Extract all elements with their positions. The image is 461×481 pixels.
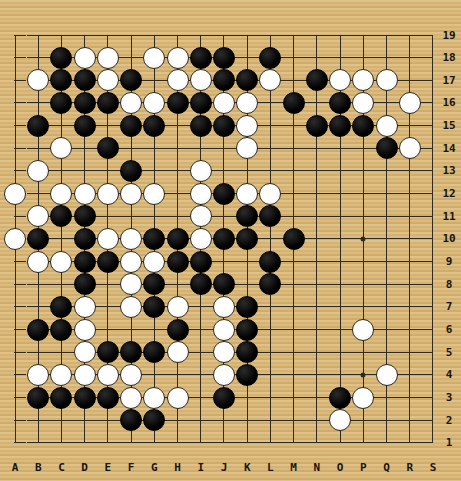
intersection-B5[interactable]	[27, 341, 50, 364]
intersection-Q7[interactable]	[375, 296, 398, 319]
intersection-O15[interactable]	[328, 114, 351, 137]
intersection-B7[interactable]	[27, 296, 50, 319]
intersection-A1[interactable]	[3, 432, 26, 455]
intersection-H4[interactable]	[166, 364, 189, 387]
intersection-K1[interactable]	[236, 432, 259, 455]
intersection-M11[interactable]	[282, 205, 305, 228]
intersection-B19[interactable]	[27, 24, 50, 47]
intersection-J16[interactable]	[212, 92, 235, 115]
intersection-F12[interactable]	[119, 182, 142, 205]
intersection-O5[interactable]	[328, 341, 351, 364]
intersection-P8[interactable]	[352, 273, 375, 296]
intersection-O10[interactable]	[328, 228, 351, 251]
intersection-E2[interactable]	[96, 409, 119, 432]
intersection-J6[interactable]	[212, 318, 235, 341]
intersection-E12[interactable]	[96, 182, 119, 205]
intersection-Q6[interactable]	[375, 318, 398, 341]
intersection-E11[interactable]	[96, 205, 119, 228]
intersection-B11[interactable]	[27, 205, 50, 228]
intersection-R8[interactable]	[398, 273, 421, 296]
intersection-M3[interactable]	[282, 386, 305, 409]
intersection-O8[interactable]	[328, 273, 351, 296]
intersection-P10[interactable]	[352, 228, 375, 251]
intersection-D9[interactable]	[73, 250, 96, 273]
intersection-L11[interactable]	[259, 205, 282, 228]
intersection-B13[interactable]	[27, 160, 50, 183]
intersection-P7[interactable]	[352, 296, 375, 319]
intersection-D5[interactable]	[73, 341, 96, 364]
intersection-H8[interactable]	[166, 273, 189, 296]
intersection-L13[interactable]	[259, 160, 282, 183]
intersection-I9[interactable]	[189, 250, 212, 273]
intersection-Q13[interactable]	[375, 160, 398, 183]
intersection-L16[interactable]	[259, 92, 282, 115]
intersection-J2[interactable]	[212, 409, 235, 432]
intersection-J19[interactable]	[212, 24, 235, 47]
intersection-Q17[interactable]	[375, 69, 398, 92]
intersection-C3[interactable]	[50, 386, 73, 409]
intersection-G11[interactable]	[143, 205, 166, 228]
intersection-R19[interactable]	[398, 24, 421, 47]
intersection-N8[interactable]	[305, 273, 328, 296]
intersection-O9[interactable]	[328, 250, 351, 273]
intersection-P1[interactable]	[352, 432, 375, 455]
intersection-M14[interactable]	[282, 137, 305, 160]
intersection-P15[interactable]	[352, 114, 375, 137]
intersection-R6[interactable]	[398, 318, 421, 341]
intersection-E15[interactable]	[96, 114, 119, 137]
intersection-R4[interactable]	[398, 364, 421, 387]
intersection-C7[interactable]	[50, 296, 73, 319]
intersection-B3[interactable]	[27, 386, 50, 409]
intersection-H13[interactable]	[166, 160, 189, 183]
intersection-P14[interactable]	[352, 137, 375, 160]
intersection-P11[interactable]	[352, 205, 375, 228]
intersection-H3[interactable]	[166, 386, 189, 409]
intersection-B15[interactable]	[27, 114, 50, 137]
intersection-L3[interactable]	[259, 386, 282, 409]
intersection-J17[interactable]	[212, 69, 235, 92]
intersection-J4[interactable]	[212, 364, 235, 387]
intersection-P4[interactable]	[352, 364, 375, 387]
intersection-K7[interactable]	[236, 296, 259, 319]
intersection-E4[interactable]	[96, 364, 119, 387]
intersection-L1[interactable]	[259, 432, 282, 455]
intersection-M4[interactable]	[282, 364, 305, 387]
intersection-B8[interactable]	[27, 273, 50, 296]
intersection-F9[interactable]	[119, 250, 142, 273]
intersection-A10[interactable]	[3, 228, 26, 251]
intersection-D7[interactable]	[73, 296, 96, 319]
intersection-K18[interactable]	[236, 46, 259, 69]
intersection-H17[interactable]	[166, 69, 189, 92]
intersection-P12[interactable]	[352, 182, 375, 205]
intersection-E10[interactable]	[96, 228, 119, 251]
intersection-H2[interactable]	[166, 409, 189, 432]
intersection-K9[interactable]	[236, 250, 259, 273]
intersection-R1[interactable]	[398, 432, 421, 455]
intersection-D2[interactable]	[73, 409, 96, 432]
intersection-Q5[interactable]	[375, 341, 398, 364]
intersection-F2[interactable]	[119, 409, 142, 432]
intersection-N5[interactable]	[305, 341, 328, 364]
intersection-Q9[interactable]	[375, 250, 398, 273]
intersection-D14[interactable]	[73, 137, 96, 160]
intersection-D6[interactable]	[73, 318, 96, 341]
intersection-Q18[interactable]	[375, 46, 398, 69]
intersection-J12[interactable]	[212, 182, 235, 205]
intersection-F15[interactable]	[119, 114, 142, 137]
intersection-M15[interactable]	[282, 114, 305, 137]
intersection-O16[interactable]	[328, 92, 351, 115]
intersection-C5[interactable]	[50, 341, 73, 364]
intersection-F18[interactable]	[119, 46, 142, 69]
intersection-N3[interactable]	[305, 386, 328, 409]
intersection-F3[interactable]	[119, 386, 142, 409]
intersection-J9[interactable]	[212, 250, 235, 273]
intersection-Q1[interactable]	[375, 432, 398, 455]
intersection-M17[interactable]	[282, 69, 305, 92]
intersection-N17[interactable]	[305, 69, 328, 92]
intersection-M10[interactable]	[282, 228, 305, 251]
intersection-G15[interactable]	[143, 114, 166, 137]
intersection-R10[interactable]	[398, 228, 421, 251]
intersection-O3[interactable]	[328, 386, 351, 409]
intersection-H12[interactable]	[166, 182, 189, 205]
intersection-F10[interactable]	[119, 228, 142, 251]
intersection-M7[interactable]	[282, 296, 305, 319]
intersection-J7[interactable]	[212, 296, 235, 319]
intersection-G9[interactable]	[143, 250, 166, 273]
intersection-N11[interactable]	[305, 205, 328, 228]
intersection-A2[interactable]	[3, 409, 26, 432]
intersection-E7[interactable]	[96, 296, 119, 319]
intersection-B1[interactable]	[27, 432, 50, 455]
intersection-A9[interactable]	[3, 250, 26, 273]
intersection-M18[interactable]	[282, 46, 305, 69]
intersection-L4[interactable]	[259, 364, 282, 387]
intersection-O12[interactable]	[328, 182, 351, 205]
intersection-P6[interactable]	[352, 318, 375, 341]
intersection-O1[interactable]	[328, 432, 351, 455]
intersection-Q11[interactable]	[375, 205, 398, 228]
intersection-O14[interactable]	[328, 137, 351, 160]
intersection-D12[interactable]	[73, 182, 96, 205]
intersection-F4[interactable]	[119, 364, 142, 387]
intersection-R18[interactable]	[398, 46, 421, 69]
intersection-G13[interactable]	[143, 160, 166, 183]
intersection-P3[interactable]	[352, 386, 375, 409]
intersection-R2[interactable]	[398, 409, 421, 432]
intersection-M2[interactable]	[282, 409, 305, 432]
intersection-C4[interactable]	[50, 364, 73, 387]
intersection-F16[interactable]	[119, 92, 142, 115]
intersection-J14[interactable]	[212, 137, 235, 160]
intersection-P18[interactable]	[352, 46, 375, 69]
intersection-J18[interactable]	[212, 46, 235, 69]
intersection-L8[interactable]	[259, 273, 282, 296]
intersection-G16[interactable]	[143, 92, 166, 115]
intersection-R16[interactable]	[398, 92, 421, 115]
intersection-M9[interactable]	[282, 250, 305, 273]
intersection-I16[interactable]	[189, 92, 212, 115]
intersection-C17[interactable]	[50, 69, 73, 92]
intersection-E5[interactable]	[96, 341, 119, 364]
intersection-C13[interactable]	[50, 160, 73, 183]
intersection-N19[interactable]	[305, 24, 328, 47]
intersection-D1[interactable]	[73, 432, 96, 455]
intersection-F5[interactable]	[119, 341, 142, 364]
intersection-Q8[interactable]	[375, 273, 398, 296]
intersection-K3[interactable]	[236, 386, 259, 409]
intersection-G5[interactable]	[143, 341, 166, 364]
intersection-D17[interactable]	[73, 69, 96, 92]
intersection-Q10[interactable]	[375, 228, 398, 251]
intersection-K6[interactable]	[236, 318, 259, 341]
intersection-I15[interactable]	[189, 114, 212, 137]
intersection-P19[interactable]	[352, 24, 375, 47]
intersection-R15[interactable]	[398, 114, 421, 137]
intersection-M6[interactable]	[282, 318, 305, 341]
intersection-H10[interactable]	[166, 228, 189, 251]
intersection-H11[interactable]	[166, 205, 189, 228]
intersection-J11[interactable]	[212, 205, 235, 228]
intersection-N6[interactable]	[305, 318, 328, 341]
intersection-O7[interactable]	[328, 296, 351, 319]
intersection-L15[interactable]	[259, 114, 282, 137]
intersection-C10[interactable]	[50, 228, 73, 251]
intersection-C15[interactable]	[50, 114, 73, 137]
intersection-I19[interactable]	[189, 24, 212, 47]
intersection-G4[interactable]	[143, 364, 166, 387]
intersection-G19[interactable]	[143, 24, 166, 47]
intersection-K12[interactable]	[236, 182, 259, 205]
intersection-Q14[interactable]	[375, 137, 398, 160]
intersection-M8[interactable]	[282, 273, 305, 296]
intersection-A18[interactable]	[3, 46, 26, 69]
intersection-F11[interactable]	[119, 205, 142, 228]
intersection-G7[interactable]	[143, 296, 166, 319]
intersection-D3[interactable]	[73, 386, 96, 409]
intersection-A14[interactable]	[3, 137, 26, 160]
intersection-K14[interactable]	[236, 137, 259, 160]
intersection-B10[interactable]	[27, 228, 50, 251]
intersection-D13[interactable]	[73, 160, 96, 183]
intersection-O17[interactable]	[328, 69, 351, 92]
intersection-L7[interactable]	[259, 296, 282, 319]
intersection-I11[interactable]	[189, 205, 212, 228]
intersection-H18[interactable]	[166, 46, 189, 69]
intersection-A3[interactable]	[3, 386, 26, 409]
intersection-L10[interactable]	[259, 228, 282, 251]
intersection-H14[interactable]	[166, 137, 189, 160]
intersection-G3[interactable]	[143, 386, 166, 409]
intersection-N16[interactable]	[305, 92, 328, 115]
intersection-B17[interactable]	[27, 69, 50, 92]
intersection-L6[interactable]	[259, 318, 282, 341]
intersection-N14[interactable]	[305, 137, 328, 160]
intersection-N18[interactable]	[305, 46, 328, 69]
intersection-F17[interactable]	[119, 69, 142, 92]
intersection-C19[interactable]	[50, 24, 73, 47]
intersection-A11[interactable]	[3, 205, 26, 228]
intersection-L19[interactable]	[259, 24, 282, 47]
intersection-D19[interactable]	[73, 24, 96, 47]
intersection-C11[interactable]	[50, 205, 73, 228]
intersection-L12[interactable]	[259, 182, 282, 205]
intersection-L18[interactable]	[259, 46, 282, 69]
intersection-A6[interactable]	[3, 318, 26, 341]
intersection-H6[interactable]	[166, 318, 189, 341]
intersection-J15[interactable]	[212, 114, 235, 137]
intersection-A8[interactable]	[3, 273, 26, 296]
intersection-O13[interactable]	[328, 160, 351, 183]
intersection-B18[interactable]	[27, 46, 50, 69]
intersection-K5[interactable]	[236, 341, 259, 364]
intersection-E18[interactable]	[96, 46, 119, 69]
intersection-J8[interactable]	[212, 273, 235, 296]
intersection-K17[interactable]	[236, 69, 259, 92]
intersection-F7[interactable]	[119, 296, 142, 319]
intersection-M1[interactable]	[282, 432, 305, 455]
intersection-N15[interactable]	[305, 114, 328, 137]
intersection-L14[interactable]	[259, 137, 282, 160]
intersection-M19[interactable]	[282, 24, 305, 47]
intersection-B14[interactable]	[27, 137, 50, 160]
intersection-P2[interactable]	[352, 409, 375, 432]
intersection-B12[interactable]	[27, 182, 50, 205]
intersection-N1[interactable]	[305, 432, 328, 455]
intersection-R3[interactable]	[398, 386, 421, 409]
intersection-R11[interactable]	[398, 205, 421, 228]
intersection-F13[interactable]	[119, 160, 142, 183]
intersection-H9[interactable]	[166, 250, 189, 273]
intersection-C2[interactable]	[50, 409, 73, 432]
intersection-O2[interactable]	[328, 409, 351, 432]
intersection-Q16[interactable]	[375, 92, 398, 115]
intersection-B9[interactable]	[27, 250, 50, 273]
intersection-Q2[interactable]	[375, 409, 398, 432]
intersection-A19[interactable]	[3, 24, 26, 47]
intersection-I8[interactable]	[189, 273, 212, 296]
intersection-D11[interactable]	[73, 205, 96, 228]
intersection-F6[interactable]	[119, 318, 142, 341]
intersection-M16[interactable]	[282, 92, 305, 115]
intersection-D10[interactable]	[73, 228, 96, 251]
intersection-I7[interactable]	[189, 296, 212, 319]
intersection-K4[interactable]	[236, 364, 259, 387]
intersection-H15[interactable]	[166, 114, 189, 137]
intersection-E3[interactable]	[96, 386, 119, 409]
intersection-B2[interactable]	[27, 409, 50, 432]
intersection-C9[interactable]	[50, 250, 73, 273]
intersection-L2[interactable]	[259, 409, 282, 432]
intersection-P9[interactable]	[352, 250, 375, 273]
intersection-M12[interactable]	[282, 182, 305, 205]
intersection-R12[interactable]	[398, 182, 421, 205]
intersection-E9[interactable]	[96, 250, 119, 273]
intersection-G10[interactable]	[143, 228, 166, 251]
intersection-A12[interactable]	[3, 182, 26, 205]
intersection-J1[interactable]	[212, 432, 235, 455]
intersection-N10[interactable]	[305, 228, 328, 251]
intersection-K8[interactable]	[236, 273, 259, 296]
intersection-G1[interactable]	[143, 432, 166, 455]
intersection-E1[interactable]	[96, 432, 119, 455]
intersection-K16[interactable]	[236, 92, 259, 115]
intersection-E13[interactable]	[96, 160, 119, 183]
intersection-O19[interactable]	[328, 24, 351, 47]
intersection-H19[interactable]	[166, 24, 189, 47]
intersection-C1[interactable]	[50, 432, 73, 455]
intersection-C16[interactable]	[50, 92, 73, 115]
intersection-I18[interactable]	[189, 46, 212, 69]
intersection-C6[interactable]	[50, 318, 73, 341]
intersection-G12[interactable]	[143, 182, 166, 205]
intersection-J10[interactable]	[212, 228, 235, 251]
intersection-A5[interactable]	[3, 341, 26, 364]
intersection-I10[interactable]	[189, 228, 212, 251]
intersection-I6[interactable]	[189, 318, 212, 341]
intersection-G14[interactable]	[143, 137, 166, 160]
intersection-J3[interactable]	[212, 386, 235, 409]
intersection-R7[interactable]	[398, 296, 421, 319]
intersection-H16[interactable]	[166, 92, 189, 115]
intersection-R5[interactable]	[398, 341, 421, 364]
intersection-I12[interactable]	[189, 182, 212, 205]
intersection-B6[interactable]	[27, 318, 50, 341]
intersection-C12[interactable]	[50, 182, 73, 205]
intersection-N2[interactable]	[305, 409, 328, 432]
intersection-I1[interactable]	[189, 432, 212, 455]
intersection-F14[interactable]	[119, 137, 142, 160]
intersection-M13[interactable]	[282, 160, 305, 183]
intersection-C18[interactable]	[50, 46, 73, 69]
intersection-D16[interactable]	[73, 92, 96, 115]
intersection-K15[interactable]	[236, 114, 259, 137]
intersection-F1[interactable]	[119, 432, 142, 455]
intersection-F19[interactable]	[119, 24, 142, 47]
intersection-R17[interactable]	[398, 69, 421, 92]
intersection-C14[interactable]	[50, 137, 73, 160]
intersection-B16[interactable]	[27, 92, 50, 115]
intersection-M5[interactable]	[282, 341, 305, 364]
intersection-E6[interactable]	[96, 318, 119, 341]
intersection-E14[interactable]	[96, 137, 119, 160]
intersection-D15[interactable]	[73, 114, 96, 137]
intersection-N13[interactable]	[305, 160, 328, 183]
intersection-I13[interactable]	[189, 160, 212, 183]
intersection-J13[interactable]	[212, 160, 235, 183]
intersection-G18[interactable]	[143, 46, 166, 69]
intersection-K19[interactable]	[236, 24, 259, 47]
intersection-H7[interactable]	[166, 296, 189, 319]
intersection-P16[interactable]	[352, 92, 375, 115]
intersection-A13[interactable]	[3, 160, 26, 183]
intersection-G8[interactable]	[143, 273, 166, 296]
intersection-P17[interactable]	[352, 69, 375, 92]
intersection-Q15[interactable]	[375, 114, 398, 137]
intersection-O11[interactable]	[328, 205, 351, 228]
intersection-B4[interactable]	[27, 364, 50, 387]
intersection-O6[interactable]	[328, 318, 351, 341]
intersection-O18[interactable]	[328, 46, 351, 69]
intersection-P5[interactable]	[352, 341, 375, 364]
intersection-E16[interactable]	[96, 92, 119, 115]
intersection-I17[interactable]	[189, 69, 212, 92]
intersection-P13[interactable]	[352, 160, 375, 183]
intersection-K2[interactable]	[236, 409, 259, 432]
